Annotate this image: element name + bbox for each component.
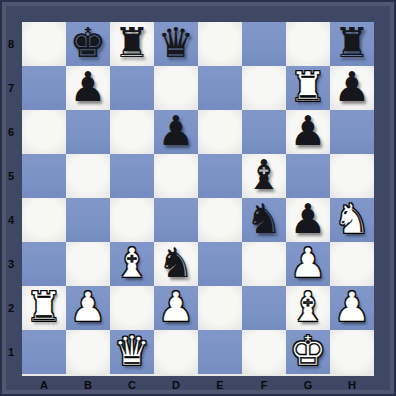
file-label-b: B	[66, 374, 110, 396]
rank-labels: 87654321	[0, 22, 22, 374]
rank-label-8: 8	[0, 22, 22, 66]
square-h2[interactable]: ♟	[330, 286, 374, 330]
square-f4[interactable]: ♞	[242, 198, 286, 242]
square-b4[interactable]	[66, 198, 110, 242]
square-g3[interactable]: ♟	[286, 242, 330, 286]
square-c7[interactable]	[110, 66, 154, 110]
square-d3[interactable]: ♞	[154, 242, 198, 286]
white-queen-piece[interactable]: ♛	[114, 331, 151, 372]
white-pawn-piece[interactable]: ♟	[70, 287, 107, 328]
square-a3[interactable]	[22, 242, 66, 286]
square-g8[interactable]	[286, 22, 330, 66]
square-e2[interactable]	[198, 286, 242, 330]
square-b5[interactable]	[66, 154, 110, 198]
square-h1[interactable]	[330, 330, 374, 374]
black-pawn-piece[interactable]: ♟	[290, 199, 327, 240]
square-f8[interactable]	[242, 22, 286, 66]
square-d6[interactable]: ♟	[154, 110, 198, 154]
white-rook-piece[interactable]: ♜	[26, 287, 63, 328]
black-knight-piece[interactable]: ♞	[158, 243, 195, 284]
square-f2[interactable]	[242, 286, 286, 330]
rank-label-5: 5	[0, 154, 22, 198]
square-f1[interactable]	[242, 330, 286, 374]
square-e3[interactable]	[198, 242, 242, 286]
square-a8[interactable]	[22, 22, 66, 66]
square-g2[interactable]: ♝	[286, 286, 330, 330]
black-queen-piece[interactable]: ♛	[158, 23, 195, 64]
square-a5[interactable]	[22, 154, 66, 198]
white-pawn-piece[interactable]: ♟	[334, 287, 371, 328]
square-b6[interactable]	[66, 110, 110, 154]
rank-label-6: 6	[0, 110, 22, 154]
square-a1[interactable]	[22, 330, 66, 374]
file-label-h: H	[330, 374, 374, 396]
black-pawn-piece[interactable]: ♟	[334, 67, 371, 108]
square-e1[interactable]	[198, 330, 242, 374]
rank-label-7: 7	[0, 66, 22, 110]
square-f5[interactable]: ♝	[242, 154, 286, 198]
black-pawn-piece[interactable]: ♟	[158, 111, 195, 152]
rank-label-2: 2	[0, 286, 22, 330]
square-a6[interactable]	[22, 110, 66, 154]
chess-board-frame: 87654321 ♚♜♛♜♟♜♟♟♟♝♞♟♞♝♞♟♜♟♟♝♟♛♚ ABCDEFG…	[0, 0, 396, 396]
square-h4[interactable]: ♞	[330, 198, 374, 242]
square-h3[interactable]	[330, 242, 374, 286]
square-g5[interactable]	[286, 154, 330, 198]
square-b2[interactable]: ♟	[66, 286, 110, 330]
white-pawn-piece[interactable]: ♟	[158, 287, 195, 328]
chess-board: ♚♜♛♜♟♜♟♟♟♝♞♟♞♝♞♟♜♟♟♝♟♛♚	[22, 22, 374, 374]
square-h7[interactable]: ♟	[330, 66, 374, 110]
file-label-d: D	[154, 374, 198, 396]
square-f6[interactable]	[242, 110, 286, 154]
file-label-c: C	[110, 374, 154, 396]
white-rook-piece[interactable]: ♜	[290, 67, 327, 108]
square-a2[interactable]: ♜	[22, 286, 66, 330]
square-e6[interactable]	[198, 110, 242, 154]
white-king-piece[interactable]: ♚	[290, 331, 327, 372]
square-d7[interactable]	[154, 66, 198, 110]
square-h8[interactable]: ♜	[330, 22, 374, 66]
file-label-g: G	[286, 374, 330, 396]
white-pawn-piece[interactable]: ♟	[290, 243, 327, 284]
square-e7[interactable]	[198, 66, 242, 110]
square-c6[interactable]	[110, 110, 154, 154]
black-rook-piece[interactable]: ♜	[334, 23, 371, 64]
square-d5[interactable]	[154, 154, 198, 198]
file-label-e: E	[198, 374, 242, 396]
black-knight-piece[interactable]: ♞	[246, 199, 283, 240]
file-label-f: F	[242, 374, 286, 396]
square-d2[interactable]: ♟	[154, 286, 198, 330]
white-bishop-piece[interactable]: ♝	[290, 287, 327, 328]
black-pawn-piece[interactable]: ♟	[70, 67, 107, 108]
square-f7[interactable]	[242, 66, 286, 110]
square-h6[interactable]	[330, 110, 374, 154]
white-knight-piece[interactable]: ♞	[334, 199, 371, 240]
rank-label-3: 3	[0, 242, 22, 286]
square-b1[interactable]	[66, 330, 110, 374]
square-g7[interactable]: ♜	[286, 66, 330, 110]
black-pawn-piece[interactable]: ♟	[290, 111, 327, 152]
black-king-piece[interactable]: ♚	[70, 23, 107, 64]
square-c2[interactable]	[110, 286, 154, 330]
square-a7[interactable]	[22, 66, 66, 110]
square-g6[interactable]: ♟	[286, 110, 330, 154]
square-c1[interactable]: ♛	[110, 330, 154, 374]
square-f3[interactable]	[242, 242, 286, 286]
square-b8[interactable]: ♚	[66, 22, 110, 66]
square-c8[interactable]: ♜	[110, 22, 154, 66]
rank-label-1: 1	[0, 330, 22, 374]
square-d8[interactable]: ♛	[154, 22, 198, 66]
square-d4[interactable]	[154, 198, 198, 242]
square-d1[interactable]	[154, 330, 198, 374]
square-e8[interactable]	[198, 22, 242, 66]
square-b7[interactable]: ♟	[66, 66, 110, 110]
black-rook-piece[interactable]: ♜	[114, 23, 151, 64]
square-b3[interactable]	[66, 242, 110, 286]
file-label-a: A	[22, 374, 66, 396]
white-bishop-piece[interactable]: ♝	[114, 243, 151, 284]
square-g4[interactable]: ♟	[286, 198, 330, 242]
square-c4[interactable]	[110, 198, 154, 242]
square-c5[interactable]	[110, 154, 154, 198]
square-a4[interactable]	[22, 198, 66, 242]
square-c3[interactable]: ♝	[110, 242, 154, 286]
square-h5[interactable]	[330, 154, 374, 198]
square-e4[interactable]	[198, 198, 242, 242]
rank-label-4: 4	[0, 198, 22, 242]
file-labels: ABCDEFGH	[22, 374, 374, 396]
square-e5[interactable]	[198, 154, 242, 198]
black-bishop-piece[interactable]: ♝	[246, 155, 283, 196]
square-g1[interactable]: ♚	[286, 330, 330, 374]
